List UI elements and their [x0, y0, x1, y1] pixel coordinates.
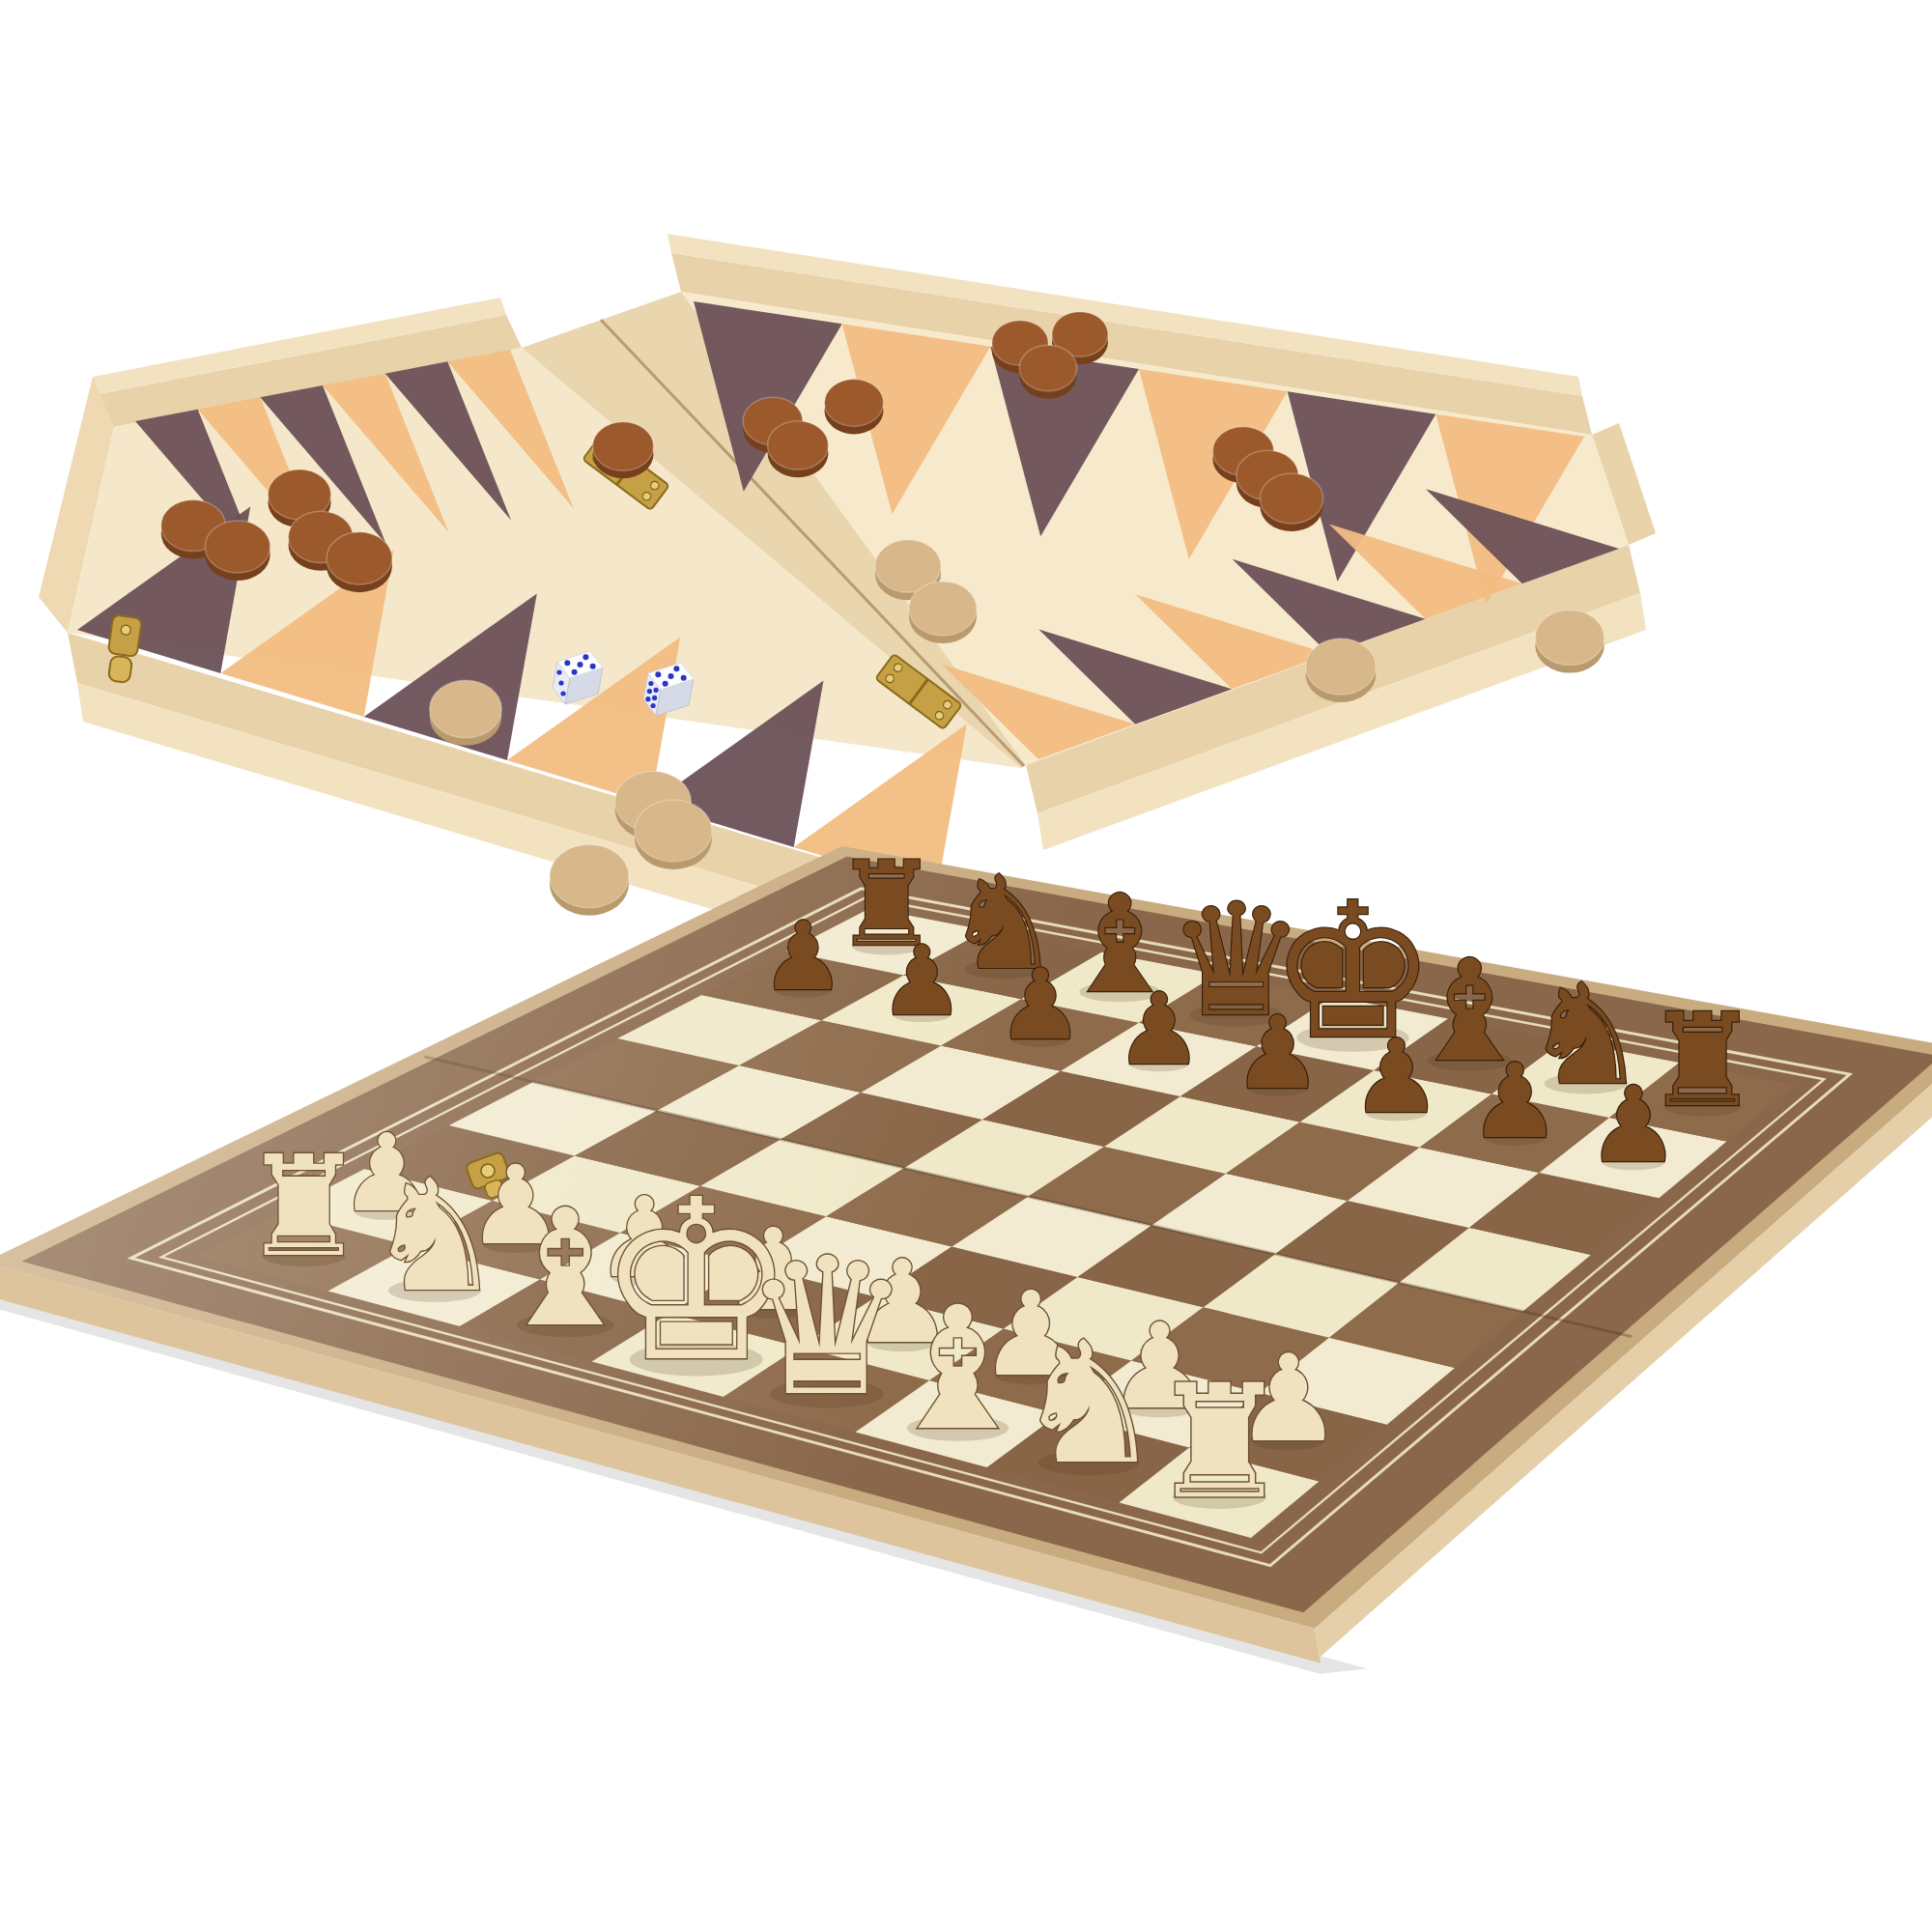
- chess-piece-a7-dark-pawn: ♟: [761, 901, 846, 1011]
- brown-checker: [205, 521, 270, 581]
- light-checker-top: [1535, 610, 1604, 665]
- chess-piece-b7-dark-pawn: ♟: [879, 925, 965, 1037]
- brown-checker-top: [1019, 345, 1076, 391]
- die-pip: [673, 666, 679, 671]
- light-checker: [430, 680, 502, 746]
- brown-checker-top: [1260, 473, 1322, 524]
- light-checker-top: [909, 582, 977, 636]
- brown-checker-top: [205, 521, 270, 573]
- light-checker-top: [1306, 639, 1377, 695]
- brown-checker-top: [768, 421, 829, 469]
- light-checker: [550, 844, 629, 916]
- brown-checker-top: [327, 532, 392, 584]
- die-pip: [668, 673, 674, 679]
- latch-hook: [108, 655, 132, 683]
- die-pip: [582, 654, 588, 660]
- die-pip: [578, 662, 583, 668]
- light-checker: [635, 800, 712, 869]
- brown-checker: [593, 422, 654, 478]
- light-checker: [1535, 610, 1604, 672]
- brown-checker-top: [593, 422, 654, 470]
- chess-piece-c7-dark-pawn: ♟: [997, 948, 1084, 1062]
- die-pip: [556, 669, 561, 674]
- latch-plate: [108, 614, 142, 657]
- die-pip: [652, 696, 657, 700]
- die-pip: [655, 671, 661, 677]
- die-pip: [558, 680, 563, 685]
- scene-svg: ♜♞♟♝♛♟♚♟♝♟♞♟♜♟♟♟♟♟♜♟♞♟♝♟♚♟♛♟♝♟♞♜: [0, 0, 1932, 1932]
- chess-piece-g7-dark-pawn: ♟: [1468, 1041, 1561, 1161]
- brown-checker: [768, 421, 829, 477]
- brown-checker: [824, 380, 883, 435]
- chess-piece-h7-dark-pawn: ♟: [1587, 1065, 1681, 1185]
- brown-checker: [1019, 345, 1076, 399]
- chess-piece-a1-white-rook: ♜: [241, 1125, 366, 1288]
- die-pip: [651, 703, 656, 708]
- light-checker: [1306, 639, 1377, 702]
- die-pip: [564, 660, 570, 666]
- die-pip: [647, 689, 652, 694]
- die-pip: [663, 681, 668, 687]
- brown-checker: [327, 532, 392, 592]
- chess-piece-g1-white-knight: ♞: [1013, 1306, 1164, 1501]
- chess-piece-h1-white-rook: ♜: [1150, 1351, 1290, 1533]
- die-pip: [645, 696, 650, 701]
- chess-piece-b1-white-knight: ♞: [365, 1147, 503, 1326]
- light-checker-top: [430, 680, 502, 738]
- die-pip: [648, 681, 653, 686]
- die-pip: [681, 675, 687, 681]
- die-pip: [560, 691, 565, 696]
- light-checker: [909, 582, 977, 643]
- chess-piece-e7-dark-pawn: ♟: [1233, 995, 1322, 1111]
- die-pip: [654, 688, 659, 693]
- light-checker-top: [550, 844, 629, 908]
- brown-checker: [1260, 473, 1322, 531]
- die-pip: [572, 669, 578, 675]
- light-checker-top: [635, 800, 712, 862]
- chess-piece-f1-white-bishop: ♝: [882, 1270, 1035, 1467]
- chess-piece-f7-dark-pawn: ♟: [1350, 1017, 1441, 1136]
- brown-checker-top: [824, 380, 883, 427]
- latch-screw: [121, 625, 131, 636]
- product-photo: ♜♞♟♝♛♟♚♟♝♟♞♟♜♟♟♟♟♟♜♟♞♟♝♟♚♟♛♟♝♟♞♜ Chess —…: [0, 0, 1932, 1932]
- chess-piece-d7-dark-pawn: ♟: [1115, 972, 1204, 1087]
- die-pip: [590, 664, 596, 669]
